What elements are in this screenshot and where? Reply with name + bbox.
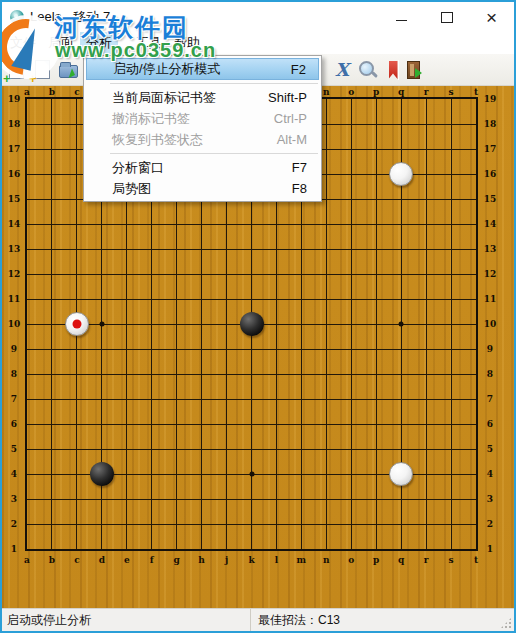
row-label: 11 xyxy=(6,294,22,304)
column-label: b xyxy=(49,87,55,97)
row-label: 18 xyxy=(482,119,498,129)
column-label: h xyxy=(198,555,205,565)
column-label: p xyxy=(373,87,379,97)
column-label: t xyxy=(474,87,478,97)
black-stone-d4 xyxy=(90,462,114,486)
analysis-menu-popup: 启动/停止分析模式F2当前局面标记书签Shift-P撤消标记书签Ctrl-P恢复… xyxy=(83,55,322,202)
row-label: 7 xyxy=(482,394,498,404)
grid-line xyxy=(27,499,476,500)
grid-line xyxy=(326,99,327,549)
leela-window: Leela - 移动 7 × 文件局面分析工具帮助 + + X aabbccdd… xyxy=(0,0,516,633)
row-label: 10 xyxy=(6,319,22,329)
column-label: b xyxy=(49,555,55,565)
black-stone-k10 xyxy=(240,312,264,336)
app-icon xyxy=(10,10,24,24)
menu-item-toggle-analysis-mode[interactable]: 启动/停止分析模式F2 xyxy=(86,58,319,80)
best-move-label: 最佳招法：C13 xyxy=(251,609,514,631)
star-point-k4 xyxy=(249,472,254,477)
column-label: o xyxy=(348,87,354,97)
close-button[interactable]: × xyxy=(469,2,514,32)
column-label: e xyxy=(124,555,130,565)
column-label: q xyxy=(398,87,404,97)
window-title: Leela - 移动 7 xyxy=(30,8,110,26)
menubar-item-help[interactable]: 帮助 xyxy=(168,32,206,54)
column-label: k xyxy=(248,555,254,565)
column-label: n xyxy=(323,87,330,97)
toolbar-separator xyxy=(398,60,399,80)
column-label: l xyxy=(275,555,278,565)
row-label: 13 xyxy=(482,244,498,254)
row-label: 10 xyxy=(482,319,498,329)
row-label: 6 xyxy=(6,419,22,429)
row-label: 8 xyxy=(482,369,498,379)
row-label: 19 xyxy=(482,94,498,104)
grid-line xyxy=(27,349,476,350)
row-label: 3 xyxy=(6,494,22,504)
menubar-item-file[interactable]: 文件 xyxy=(4,32,42,54)
row-label: 15 xyxy=(6,194,22,204)
title-bar: Leela - 移动 7 × xyxy=(2,2,514,32)
row-label: 5 xyxy=(6,444,22,454)
grid-line xyxy=(27,424,476,425)
menu-bar: 文件局面分析工具帮助 xyxy=(2,32,514,54)
star-point-d10 xyxy=(99,322,104,327)
maximize-button[interactable] xyxy=(424,2,469,32)
row-label: 14 xyxy=(482,219,498,229)
grid-line xyxy=(27,374,476,375)
grid-line xyxy=(351,99,352,549)
status-hint: 启动或停止分析 xyxy=(2,609,251,631)
menu-item-restore-bookmark-state: 恢复到书签状态Alt-M xyxy=(86,129,319,150)
column-label: r xyxy=(424,87,429,97)
row-label: 15 xyxy=(482,194,498,204)
column-label: c xyxy=(74,87,79,97)
new-game-icon[interactable]: + xyxy=(4,58,28,82)
zoom-icon[interactable] xyxy=(356,58,380,82)
white-stone-q4 xyxy=(389,462,413,486)
row-label: 11 xyxy=(482,294,498,304)
menubar-item-tools[interactable]: 工具 xyxy=(130,32,168,54)
column-label: a xyxy=(24,555,30,565)
white-stone-q16 xyxy=(389,162,413,186)
row-label: 5 xyxy=(482,444,498,454)
exit-icon[interactable] xyxy=(404,58,428,82)
row-label: 3 xyxy=(482,494,498,504)
row-label: 1 xyxy=(6,544,22,554)
white-stone-c10 xyxy=(65,312,89,336)
row-label: 6 xyxy=(482,419,498,429)
open-file-icon[interactable] xyxy=(56,58,80,82)
menubar-item-position[interactable]: 局面 xyxy=(42,32,80,54)
row-label: 9 xyxy=(6,344,22,354)
grid-line xyxy=(27,399,476,400)
row-label: 18 xyxy=(6,119,22,129)
column-label: d xyxy=(99,555,105,565)
column-label: o xyxy=(348,555,354,565)
row-label: 12 xyxy=(6,269,22,279)
row-label: 16 xyxy=(482,169,498,179)
column-label: j xyxy=(225,555,228,565)
grid-line xyxy=(451,99,452,549)
row-label: 2 xyxy=(6,519,22,529)
row-label: 4 xyxy=(6,469,22,479)
new-game-plus-icon[interactable]: + xyxy=(30,58,54,82)
row-label: 17 xyxy=(482,144,498,154)
column-label: n xyxy=(323,555,330,565)
column-label: s xyxy=(449,555,454,565)
row-label: 13 xyxy=(6,244,22,254)
row-label: 1 xyxy=(482,544,498,554)
row-label: 2 xyxy=(482,519,498,529)
column-label: q xyxy=(398,555,404,565)
menubar-item-analysis[interactable]: 分析 xyxy=(80,32,118,54)
menu-item-analysis-window[interactable]: 分析窗口F7 xyxy=(86,157,319,178)
row-label: 8 xyxy=(6,369,22,379)
star-point-q10 xyxy=(399,322,404,327)
menu-separator xyxy=(110,153,318,154)
row-label: 7 xyxy=(6,394,22,404)
row-label: 19 xyxy=(6,94,22,104)
row-label: 4 xyxy=(482,469,498,479)
column-label: m xyxy=(297,555,307,565)
row-label: 9 xyxy=(482,344,498,354)
menu-item-remove-bookmark: 撤消标记书签Ctrl-P xyxy=(86,108,319,129)
column-label: r xyxy=(424,555,429,565)
grid-line xyxy=(27,449,476,450)
grid-line xyxy=(376,99,377,549)
row-label: 12 xyxy=(482,269,498,279)
column-label: g xyxy=(174,555,180,565)
column-label: s xyxy=(449,87,454,97)
row-label: 16 xyxy=(6,169,22,179)
menu-item-territory-graph[interactable]: 局势图F8 xyxy=(86,178,319,199)
clear-x-icon[interactable]: X xyxy=(330,58,354,82)
menu-separator xyxy=(110,83,318,84)
window-controls: × xyxy=(379,2,514,32)
status-bar: 启动或停止分析 最佳招法：C13 xyxy=(2,608,514,631)
grid-line xyxy=(426,99,427,549)
row-label: 17 xyxy=(6,144,22,154)
column-label: c xyxy=(74,555,79,565)
menu-item-bookmark-current-position[interactable]: 当前局面标记书签Shift-P xyxy=(86,87,319,108)
column-label: f xyxy=(150,555,154,565)
minimize-button[interactable] xyxy=(379,2,424,32)
grid-line xyxy=(27,524,476,525)
row-label: 14 xyxy=(6,219,22,229)
bookmark-icon[interactable] xyxy=(381,58,405,82)
column-label: a xyxy=(24,87,30,97)
column-label: t xyxy=(474,555,478,565)
column-label: p xyxy=(373,555,379,565)
